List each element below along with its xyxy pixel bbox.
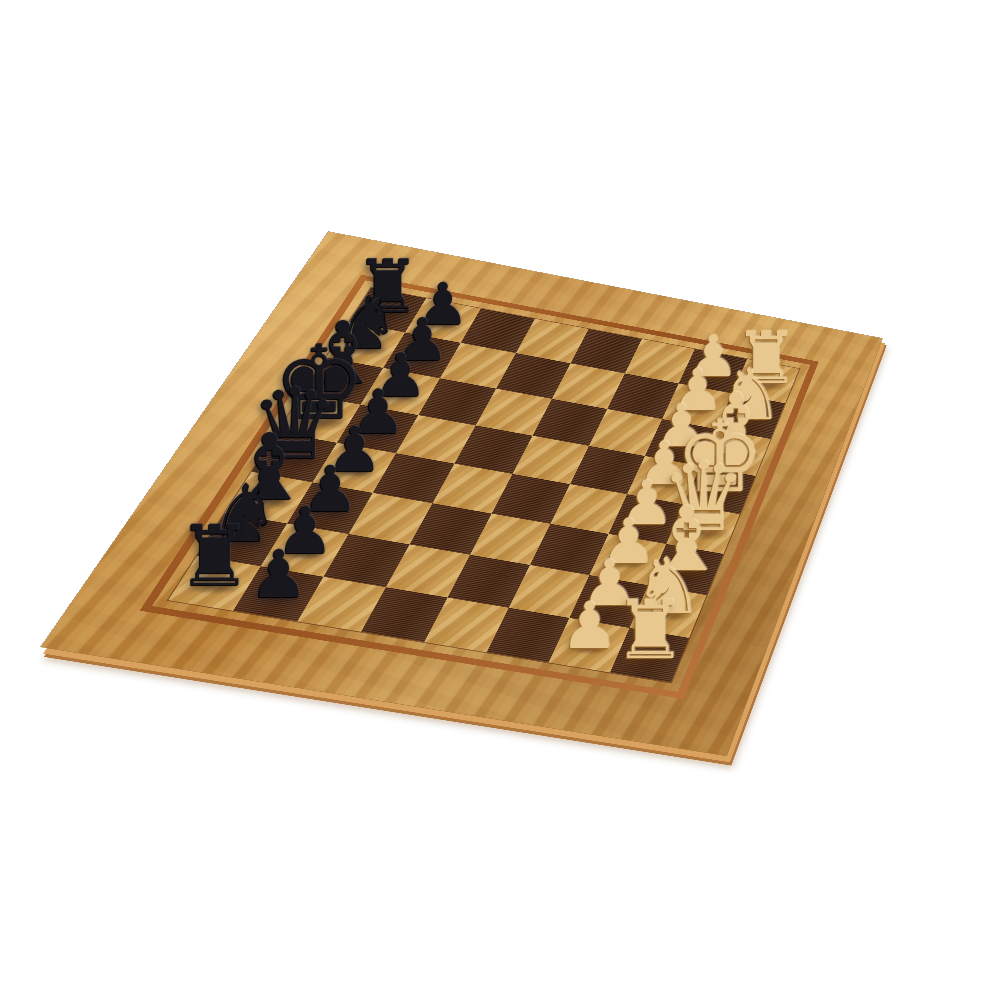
- piece-white-rook-a1[interactable]: ♜: [614, 588, 687, 669]
- product-photo-stage: ♜♟♞♟♟♝♜♟♟♞♚♟♟♝♛♟♟♚♝♟♟♛♞♟♟♝♜♟♟♞♟♜: [0, 0, 1000, 1000]
- piece-white-pawn-a2[interactable]: ♟: [561, 594, 619, 659]
- piece-black-rook-a8[interactable]: ♜: [177, 514, 252, 598]
- pieces-layer: ♜♟♞♟♟♝♜♟♟♞♚♟♟♝♛♟♟♚♝♟♟♛♞♟♟♝♜♟♟♞♟♜: [0, 0, 1000, 1000]
- piece-black-pawn-a7[interactable]: ♟: [249, 541, 308, 607]
